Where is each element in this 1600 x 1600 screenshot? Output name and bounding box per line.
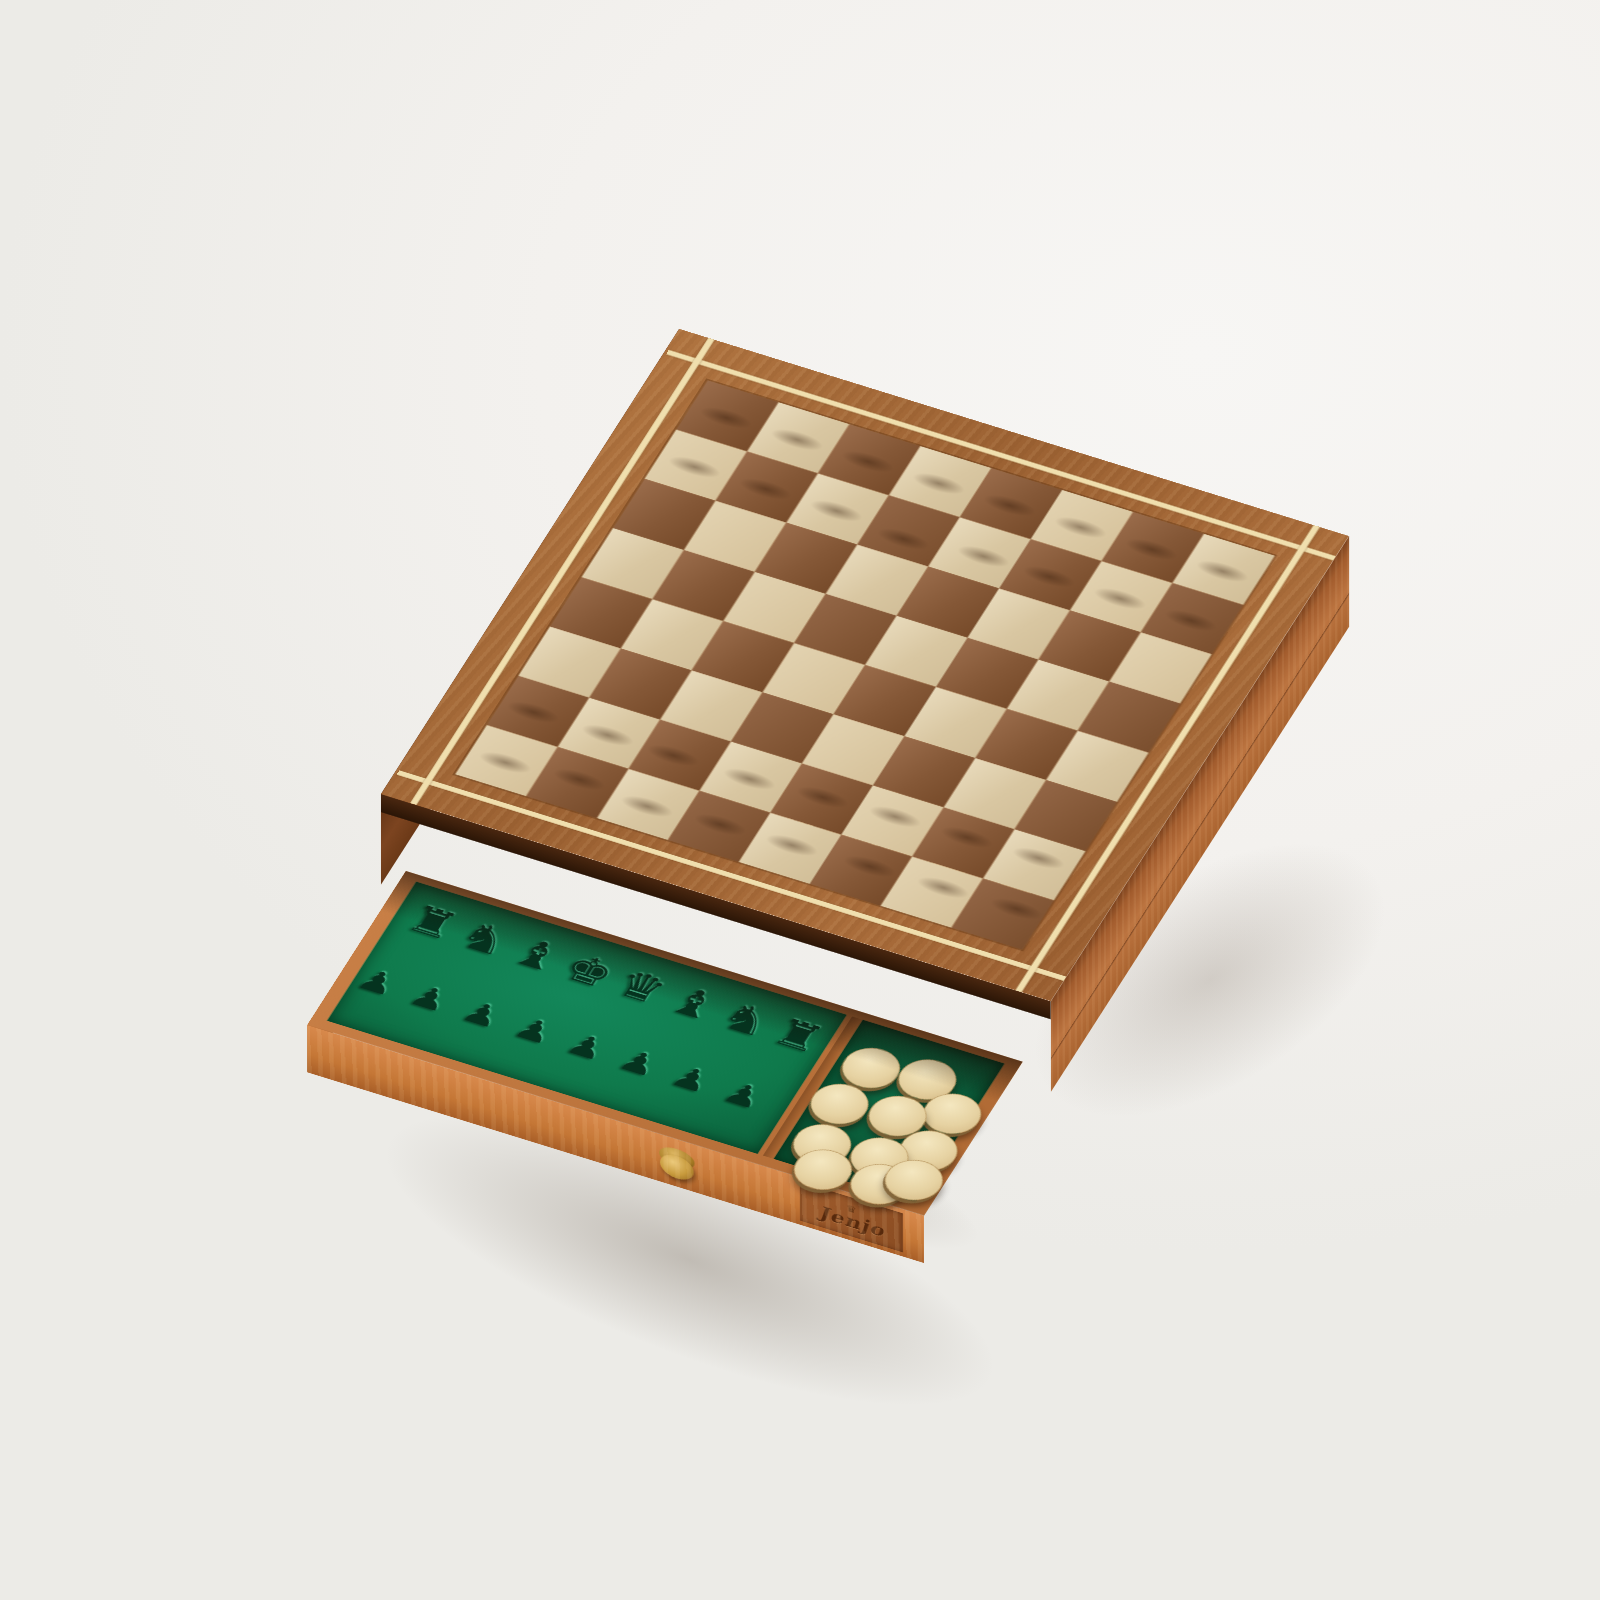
board-square-g5[interactable] [1007, 660, 1109, 731]
checker-disc[interactable] [784, 1118, 861, 1171]
piece-shadow [752, 826, 831, 865]
product-photo-scene: ♜♞♝♚♛♝♞♜ ♟♟♟♟♟♟♟♟ ♛ Jenjo [0, 0, 1600, 1600]
drawer-knob[interactable] [656, 1141, 697, 1184]
piece-shadow [904, 868, 983, 907]
board-square-g1[interactable] [881, 857, 983, 928]
board-square-g2[interactable] [912, 807, 1014, 878]
felt-cutout-pawn: ♟ [457, 997, 507, 1033]
checker-disc[interactable] [801, 1077, 878, 1130]
board-square-c1[interactable] [597, 769, 699, 840]
board-square-a1[interactable] [455, 725, 557, 796]
board-square-g4[interactable] [975, 709, 1077, 780]
board-square-f1[interactable] [810, 835, 912, 906]
checker-disc[interactable] [914, 1087, 991, 1140]
piece-shadow [830, 847, 909, 886]
felt-cutout-pawn: ♟ [561, 1029, 611, 1065]
piece-shadow [466, 743, 545, 782]
felt-cutout-rook: ♜ [766, 1013, 830, 1060]
piece-shadow [856, 797, 935, 836]
checker-disc[interactable] [889, 1053, 966, 1106]
piece-shadow [710, 759, 789, 798]
piece-shadow [681, 805, 760, 844]
board-square-f2[interactable] [841, 785, 943, 856]
felt-cutout-bishop: ♝ [662, 980, 726, 1027]
board-square-h2[interactable] [983, 829, 1085, 900]
board-square-b1[interactable] [526, 747, 628, 818]
drawer-divider [763, 1016, 863, 1158]
piece-shadow [999, 838, 1078, 877]
piece-shadow [540, 760, 619, 799]
felt-cutout-pawn: ♟ [404, 980, 454, 1016]
piece-shadow [783, 778, 862, 817]
checker-disc[interactable] [875, 1153, 952, 1206]
piece-shadow [607, 787, 686, 826]
board-square-h5[interactable] [1078, 682, 1180, 753]
felt-cutout-pawn: ♟ [666, 1061, 716, 1097]
felt-cutout-pawn: ♟ [509, 1013, 559, 1049]
felt-cutout-bishop: ♝ [505, 932, 569, 979]
felt-cutout-pawn: ♟ [613, 1045, 663, 1081]
felt-cutout-queen: ♛ [609, 964, 673, 1011]
board-square-e2[interactable] [770, 763, 872, 834]
board-square-e1[interactable] [739, 813, 841, 884]
board-square-h1[interactable] [951, 879, 1053, 950]
crown-icon: ♛ [846, 1202, 856, 1214]
checkers-tray [774, 1020, 1005, 1203]
checker-disc[interactable] [833, 1041, 910, 1094]
dark-pawn-h7[interactable]: ♟ [1122, 547, 1258, 622]
piece-shadow [927, 818, 1006, 857]
felt-cutout-pawn: ♟ [352, 964, 402, 1000]
checker-disc[interactable] [859, 1089, 936, 1142]
knob-flange-icon [659, 1144, 694, 1173]
board-square-h3[interactable] [1015, 780, 1117, 851]
felt-cutout-rook: ♜ [400, 899, 464, 946]
felt-cutout-knight: ♞ [714, 996, 778, 1043]
board-square-h4[interactable] [1046, 731, 1148, 802]
piece-shadow [977, 889, 1056, 928]
felt-cutout-knight: ♞ [452, 916, 516, 963]
checker-disc[interactable] [841, 1131, 918, 1184]
checker-disc[interactable] [890, 1124, 967, 1177]
knob-cap-icon [660, 1151, 694, 1184]
board-square-g3[interactable] [944, 758, 1046, 829]
felt-cutout-pawn: ♟ [718, 1077, 768, 1113]
board-square-d1[interactable] [668, 791, 770, 862]
brand-logo-text: Jenjo [819, 1203, 884, 1240]
felt-cutout-king: ♚ [557, 948, 621, 995]
